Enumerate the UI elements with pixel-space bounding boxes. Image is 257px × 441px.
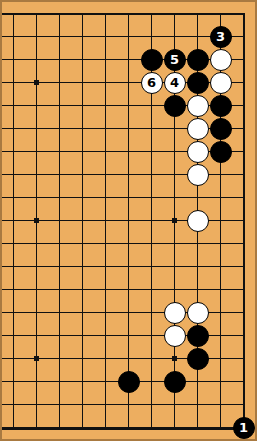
intersection [94, 209, 117, 232]
intersection [186, 163, 209, 186]
intersection [232, 324, 255, 347]
intersection [2, 71, 25, 94]
star-point [34, 80, 39, 85]
intersection [25, 163, 48, 186]
intersection [163, 278, 186, 301]
intersection [25, 25, 48, 48]
go-diagram: 35641 [0, 0, 257, 441]
intersection [140, 370, 163, 393]
intersection [2, 301, 25, 324]
intersection [140, 186, 163, 209]
intersection [163, 140, 186, 163]
intersection [71, 48, 94, 71]
intersection [117, 278, 140, 301]
white-stone [187, 118, 209, 140]
white-stone-move-6: 6 [141, 72, 163, 94]
intersection [140, 94, 163, 117]
intersection [209, 186, 232, 209]
intersection [94, 48, 117, 71]
intersection [25, 370, 48, 393]
intersection [163, 163, 186, 186]
intersection [94, 324, 117, 347]
intersection [117, 393, 140, 416]
intersection [2, 163, 25, 186]
intersection [209, 140, 232, 163]
intersection [117, 117, 140, 140]
intersection [71, 25, 94, 48]
intersection [25, 117, 48, 140]
intersection [117, 163, 140, 186]
intersection [232, 117, 255, 140]
intersection [140, 25, 163, 48]
intersection [71, 370, 94, 393]
intersection [117, 140, 140, 163]
intersection [48, 163, 71, 186]
white-stone-move-4: 4 [164, 72, 186, 94]
intersection [209, 255, 232, 278]
intersection [186, 94, 209, 117]
intersection [140, 48, 163, 71]
intersection [48, 94, 71, 117]
intersection [71, 255, 94, 278]
intersection [117, 416, 140, 439]
intersection [2, 25, 25, 48]
intersection [48, 232, 71, 255]
intersection [71, 416, 94, 439]
intersection [71, 232, 94, 255]
intersection [232, 232, 255, 255]
intersection [2, 209, 25, 232]
intersection [209, 232, 232, 255]
intersection: 1 [232, 416, 255, 439]
black-stone [164, 95, 186, 117]
intersection [94, 186, 117, 209]
intersection [163, 324, 186, 347]
intersection [163, 117, 186, 140]
intersection [140, 232, 163, 255]
intersection [209, 324, 232, 347]
intersection [163, 186, 186, 209]
white-stone [210, 72, 232, 94]
intersection [140, 163, 163, 186]
intersection [94, 301, 117, 324]
intersection [71, 140, 94, 163]
intersection [232, 48, 255, 71]
intersection [117, 71, 140, 94]
intersection [163, 347, 186, 370]
intersection [232, 209, 255, 232]
intersection [2, 117, 25, 140]
intersection [25, 255, 48, 278]
intersection [48, 140, 71, 163]
intersection [2, 94, 25, 117]
intersection [232, 2, 255, 25]
intersection [94, 416, 117, 439]
intersection [186, 140, 209, 163]
white-stone [187, 210, 209, 232]
intersection [94, 232, 117, 255]
intersection [117, 347, 140, 370]
intersection [2, 278, 25, 301]
intersection [48, 416, 71, 439]
black-stone-move-1: 1 [233, 417, 255, 439]
intersection [25, 324, 48, 347]
intersection [140, 416, 163, 439]
intersection [48, 301, 71, 324]
intersection [117, 186, 140, 209]
intersection [163, 255, 186, 278]
intersection [25, 140, 48, 163]
intersection [25, 278, 48, 301]
intersection [186, 117, 209, 140]
intersection [71, 301, 94, 324]
intersection [71, 117, 94, 140]
intersection [2, 347, 25, 370]
intersection: 3 [209, 25, 232, 48]
intersection [163, 94, 186, 117]
intersection [71, 209, 94, 232]
intersection [209, 416, 232, 439]
intersection [48, 209, 71, 232]
intersection [25, 347, 48, 370]
intersection [232, 140, 255, 163]
intersection [186, 255, 209, 278]
intersection [186, 370, 209, 393]
intersection [2, 324, 25, 347]
intersection [2, 416, 25, 439]
intersection [186, 25, 209, 48]
intersection [71, 71, 94, 94]
intersection [25, 232, 48, 255]
intersection [48, 186, 71, 209]
black-stone [187, 72, 209, 94]
intersection [232, 347, 255, 370]
black-stone [210, 95, 232, 117]
intersection [140, 255, 163, 278]
intersection [71, 186, 94, 209]
intersection [117, 209, 140, 232]
intersection [25, 393, 48, 416]
intersection [117, 370, 140, 393]
intersection [163, 232, 186, 255]
intersection [163, 209, 186, 232]
go-board: 35641 [0, 0, 257, 441]
intersection [94, 140, 117, 163]
intersection [232, 94, 255, 117]
intersection [232, 301, 255, 324]
intersection [140, 301, 163, 324]
black-stone [164, 371, 186, 393]
star-point [34, 356, 39, 361]
intersection [2, 232, 25, 255]
intersection [209, 301, 232, 324]
intersection [25, 2, 48, 25]
intersection [117, 25, 140, 48]
intersection [163, 416, 186, 439]
intersection [94, 2, 117, 25]
intersection [232, 71, 255, 94]
intersection [140, 278, 163, 301]
intersection [25, 48, 48, 71]
intersection [117, 48, 140, 71]
intersection [163, 2, 186, 25]
intersection [163, 25, 186, 48]
white-stone [187, 302, 209, 324]
intersection [140, 347, 163, 370]
intersection [209, 94, 232, 117]
intersection [71, 324, 94, 347]
intersection [48, 2, 71, 25]
white-stone [164, 302, 186, 324]
intersection [25, 416, 48, 439]
intersection [48, 71, 71, 94]
intersection [25, 209, 48, 232]
intersection [140, 140, 163, 163]
intersection [140, 393, 163, 416]
intersection [48, 48, 71, 71]
intersection [2, 255, 25, 278]
intersection [2, 2, 25, 25]
intersection [186, 347, 209, 370]
intersection [209, 278, 232, 301]
intersection [163, 301, 186, 324]
white-stone [187, 95, 209, 117]
intersection [232, 255, 255, 278]
white-stone [187, 141, 209, 163]
intersection [117, 232, 140, 255]
intersection [2, 48, 25, 71]
intersection [163, 370, 186, 393]
intersection [186, 232, 209, 255]
intersection [209, 393, 232, 416]
white-stone [210, 49, 232, 71]
intersection [94, 370, 117, 393]
intersection [2, 393, 25, 416]
intersection [94, 163, 117, 186]
intersection [48, 25, 71, 48]
black-stone [187, 325, 209, 347]
intersection [209, 117, 232, 140]
intersection [232, 393, 255, 416]
intersection: 4 [163, 71, 186, 94]
intersection [209, 370, 232, 393]
intersection [186, 324, 209, 347]
intersection [186, 2, 209, 25]
black-stone-move-3: 3 [210, 26, 232, 48]
white-stone [164, 325, 186, 347]
black-stone [118, 371, 140, 393]
star-point [172, 218, 177, 223]
intersection [2, 140, 25, 163]
intersection [140, 117, 163, 140]
intersection [25, 301, 48, 324]
intersection [71, 163, 94, 186]
intersection [94, 71, 117, 94]
intersection [209, 163, 232, 186]
intersection [48, 370, 71, 393]
intersection [232, 278, 255, 301]
intersection [117, 324, 140, 347]
black-stone [210, 141, 232, 163]
intersection [71, 393, 94, 416]
intersection [48, 347, 71, 370]
intersection [94, 94, 117, 117]
black-stone [187, 49, 209, 71]
intersection [140, 209, 163, 232]
intersection [209, 48, 232, 71]
intersection [186, 186, 209, 209]
intersection [94, 278, 117, 301]
intersection [25, 94, 48, 117]
intersection [48, 278, 71, 301]
intersection: 5 [163, 48, 186, 71]
black-stone-move-5: 5 [164, 49, 186, 71]
intersection [209, 71, 232, 94]
intersection [2, 370, 25, 393]
intersection [186, 416, 209, 439]
intersection [48, 117, 71, 140]
intersection [186, 209, 209, 232]
black-stone [141, 49, 163, 71]
black-stone [210, 118, 232, 140]
intersection [25, 186, 48, 209]
intersection [140, 2, 163, 25]
intersection [232, 370, 255, 393]
white-stone [187, 164, 209, 186]
intersection [94, 25, 117, 48]
intersection [209, 209, 232, 232]
intersection [117, 301, 140, 324]
intersection [232, 25, 255, 48]
intersection [186, 301, 209, 324]
intersection [2, 186, 25, 209]
intersection [117, 94, 140, 117]
intersection [117, 255, 140, 278]
intersection [94, 117, 117, 140]
intersection [94, 393, 117, 416]
intersection [163, 393, 186, 416]
intersection [117, 2, 140, 25]
intersection [71, 278, 94, 301]
intersection [186, 278, 209, 301]
intersection [48, 255, 71, 278]
intersection [209, 347, 232, 370]
star-point [172, 356, 177, 361]
intersection [186, 393, 209, 416]
intersection [94, 347, 117, 370]
star-point [34, 218, 39, 223]
intersection [209, 2, 232, 25]
intersection [186, 71, 209, 94]
intersection [140, 324, 163, 347]
intersection [71, 94, 94, 117]
intersection [232, 163, 255, 186]
intersection: 6 [140, 71, 163, 94]
intersection [94, 255, 117, 278]
black-stone [187, 348, 209, 370]
intersection [48, 393, 71, 416]
intersection [186, 48, 209, 71]
intersection [71, 347, 94, 370]
intersection [48, 324, 71, 347]
intersection [232, 186, 255, 209]
intersection [25, 71, 48, 94]
intersection [71, 2, 94, 25]
